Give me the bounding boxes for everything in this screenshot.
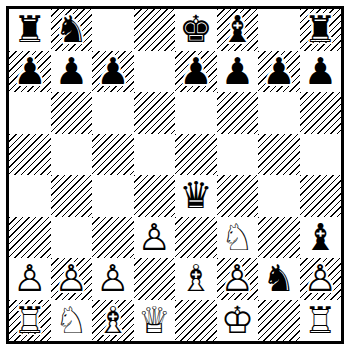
- black-bishop-glyph: ♝: [217, 9, 259, 51]
- black-rook-glyph: ♜: [300, 9, 342, 51]
- white-pawn[interactable]: ♟♙: [51, 258, 93, 300]
- black-knight-glyph: ♞: [258, 258, 300, 300]
- white-pawn-glyph: ♙: [92, 258, 134, 300]
- page: ♜♜♞♞♚♚♝♝♜♜♟♟♟♟♟♟♟♟♟♟♟♟♟♟♛♛♟♙♞♘♝♝♟♙♟♙♟♙♝♗…: [0, 0, 350, 350]
- square-a1[interactable]: ♜♖: [9, 300, 51, 342]
- square-f8[interactable]: ♝♝: [217, 9, 259, 51]
- square-b1[interactable]: ♞♘: [51, 300, 93, 342]
- black-rook[interactable]: ♜♜: [300, 9, 342, 51]
- white-pawn-glyph: ♙: [217, 258, 259, 300]
- white-bishop-glyph: ♗: [92, 300, 134, 342]
- square-d3[interactable]: ♟♙: [134, 217, 176, 259]
- black-pawn-glyph: ♟: [300, 51, 342, 93]
- square-d7[interactable]: [134, 51, 176, 93]
- square-f2[interactable]: ♟♙: [217, 258, 259, 300]
- square-b4[interactable]: [51, 175, 93, 217]
- black-pawn-glyph: ♟: [92, 51, 134, 93]
- square-g2[interactable]: ♞♞: [258, 258, 300, 300]
- square-e8[interactable]: ♚♚: [175, 9, 217, 51]
- white-king[interactable]: ♚♔: [217, 300, 259, 342]
- black-rook-glyph: ♜: [9, 9, 51, 51]
- square-h4[interactable]: [300, 175, 342, 217]
- square-g1[interactable]: [258, 300, 300, 342]
- black-pawn-glyph: ♟: [9, 51, 51, 93]
- square-a3[interactable]: [9, 217, 51, 259]
- square-c2[interactable]: ♟♙: [92, 258, 134, 300]
- square-c4[interactable]: [92, 175, 134, 217]
- white-pawn[interactable]: ♟♙: [217, 258, 259, 300]
- white-pawn-glyph: ♙: [51, 258, 93, 300]
- black-rook[interactable]: ♜♜: [9, 9, 51, 51]
- square-e1[interactable]: [175, 300, 217, 342]
- square-e2[interactable]: ♝♗: [175, 258, 217, 300]
- white-knight-glyph: ♘: [51, 300, 93, 342]
- square-c1[interactable]: ♝♗: [92, 300, 134, 342]
- square-c5[interactable]: [92, 134, 134, 176]
- square-c3[interactable]: [92, 217, 134, 259]
- square-f4[interactable]: [217, 175, 259, 217]
- black-pawn-glyph: ♟: [175, 51, 217, 93]
- square-g8[interactable]: [258, 9, 300, 51]
- black-bishop[interactable]: ♝♝: [217, 9, 259, 51]
- black-knight-glyph: ♞: [51, 9, 93, 51]
- square-c8[interactable]: [92, 9, 134, 51]
- black-pawn-glyph: ♟: [217, 51, 259, 93]
- square-d5[interactable]: [134, 134, 176, 176]
- white-pawn[interactable]: ♟♙: [9, 258, 51, 300]
- square-b3[interactable]: [51, 217, 93, 259]
- square-a8[interactable]: ♜♜: [9, 9, 51, 51]
- black-pawn-glyph: ♟: [258, 51, 300, 93]
- square-a6[interactable]: [9, 92, 51, 134]
- black-knight[interactable]: ♞♞: [51, 9, 93, 51]
- black-pawn[interactable]: ♟♟: [9, 51, 51, 93]
- black-bishop-glyph: ♝: [300, 217, 342, 259]
- black-pawn[interactable]: ♟♟: [300, 51, 342, 93]
- board-frame: ♜♜♞♞♚♚♝♝♜♜♟♟♟♟♟♟♟♟♟♟♟♟♟♟♛♛♟♙♞♘♝♝♟♙♟♙♟♙♝♗…: [6, 6, 344, 344]
- black-pawn[interactable]: ♟♟: [258, 51, 300, 93]
- square-b7[interactable]: ♟♟: [51, 51, 93, 93]
- square-h1[interactable]: ♜♖: [300, 300, 342, 342]
- black-king[interactable]: ♚♚: [175, 9, 217, 51]
- black-pawn[interactable]: ♟♟: [92, 51, 134, 93]
- chess-board: ♜♜♞♞♚♚♝♝♜♜♟♟♟♟♟♟♟♟♟♟♟♟♟♟♛♛♟♙♞♘♝♝♟♙♟♙♟♙♝♗…: [9, 9, 341, 341]
- square-g6[interactable]: [258, 92, 300, 134]
- square-b5[interactable]: [51, 134, 93, 176]
- square-e6[interactable]: [175, 92, 217, 134]
- white-rook-glyph: ♖: [300, 300, 342, 342]
- square-f5[interactable]: [217, 134, 259, 176]
- white-knight-glyph: ♘: [217, 217, 259, 259]
- black-bishop[interactable]: ♝♝: [300, 217, 342, 259]
- square-g7[interactable]: ♟♟: [258, 51, 300, 93]
- square-h3[interactable]: ♝♝: [300, 217, 342, 259]
- square-d8[interactable]: [134, 9, 176, 51]
- square-b2[interactable]: ♟♙: [51, 258, 93, 300]
- black-knight[interactable]: ♞♞: [258, 258, 300, 300]
- white-rook-glyph: ♖: [9, 300, 51, 342]
- white-queen[interactable]: ♛♕: [134, 300, 176, 342]
- square-h2[interactable]: ♟♙: [300, 258, 342, 300]
- square-d4[interactable]: [134, 175, 176, 217]
- white-bishop-glyph: ♗: [175, 258, 217, 300]
- square-e5[interactable]: [175, 134, 217, 176]
- square-a4[interactable]: [9, 175, 51, 217]
- square-e3[interactable]: [175, 217, 217, 259]
- square-d2[interactable]: [134, 258, 176, 300]
- square-d1[interactable]: ♛♕: [134, 300, 176, 342]
- black-pawn[interactable]: ♟♟: [51, 51, 93, 93]
- square-c6[interactable]: [92, 92, 134, 134]
- square-f6[interactable]: [217, 92, 259, 134]
- square-a2[interactable]: ♟♙: [9, 258, 51, 300]
- black-pawn[interactable]: ♟♟: [175, 51, 217, 93]
- black-pawn-glyph: ♟: [51, 51, 93, 93]
- square-g5[interactable]: [258, 134, 300, 176]
- white-queen-glyph: ♕: [134, 300, 176, 342]
- black-queen-glyph: ♛: [175, 175, 217, 217]
- white-pawn-glyph: ♙: [9, 258, 51, 300]
- white-bishop[interactable]: ♝♗: [175, 258, 217, 300]
- white-pawn[interactable]: ♟♙: [134, 217, 176, 259]
- square-e7[interactable]: ♟♟: [175, 51, 217, 93]
- white-pawn-glyph: ♙: [134, 217, 176, 259]
- square-a5[interactable]: [9, 134, 51, 176]
- square-h6[interactable]: [300, 92, 342, 134]
- square-b6[interactable]: [51, 92, 93, 134]
- black-pawn[interactable]: ♟♟: [217, 51, 259, 93]
- square-f1[interactable]: ♚♔: [217, 300, 259, 342]
- square-c7[interactable]: ♟♟: [92, 51, 134, 93]
- black-queen[interactable]: ♛♛: [175, 175, 217, 217]
- white-knight[interactable]: ♞♘: [217, 217, 259, 259]
- square-g4[interactable]: [258, 175, 300, 217]
- white-knight[interactable]: ♞♘: [51, 300, 93, 342]
- square-g3[interactable]: [258, 217, 300, 259]
- black-king-glyph: ♚: [175, 9, 217, 51]
- square-h8[interactable]: ♜♜: [300, 9, 342, 51]
- white-rook[interactable]: ♜♖: [300, 300, 342, 342]
- white-pawn-glyph: ♙: [300, 258, 342, 300]
- square-f7[interactable]: ♟♟: [217, 51, 259, 93]
- square-f3[interactable]: ♞♘: [217, 217, 259, 259]
- white-king-glyph: ♔: [217, 300, 259, 342]
- white-bishop[interactable]: ♝♗: [92, 300, 134, 342]
- white-pawn[interactable]: ♟♙: [300, 258, 342, 300]
- square-a7[interactable]: ♟♟: [9, 51, 51, 93]
- white-pawn[interactable]: ♟♙: [92, 258, 134, 300]
- square-d6[interactable]: [134, 92, 176, 134]
- white-rook[interactable]: ♜♖: [9, 300, 51, 342]
- square-h7[interactable]: ♟♟: [300, 51, 342, 93]
- square-b8[interactable]: ♞♞: [51, 9, 93, 51]
- square-e4[interactable]: ♛♛: [175, 175, 217, 217]
- square-h5[interactable]: [300, 134, 342, 176]
